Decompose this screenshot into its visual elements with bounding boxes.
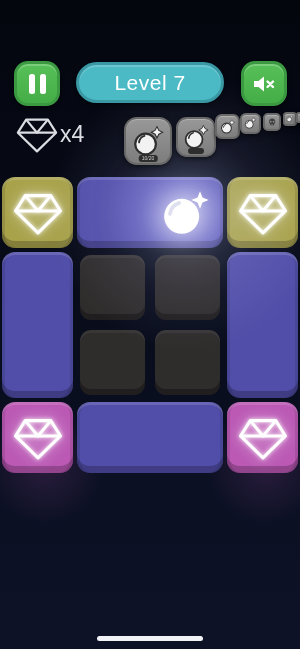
mute-button[interactable] bbox=[241, 61, 287, 106]
block-dark-block-1 bbox=[80, 255, 145, 320]
home-indicator[interactable] bbox=[97, 636, 203, 641]
pause-button[interactable] bbox=[14, 61, 60, 106]
block-yellow-gem-top-right[interactable] bbox=[227, 177, 298, 248]
block-purple-vertical-right[interactable] bbox=[227, 252, 298, 398]
bomb-powerup-icon bbox=[160, 188, 210, 238]
block-purple-horizontal-bottom[interactable] bbox=[77, 402, 223, 473]
gem-icon bbox=[15, 114, 59, 154]
block-yellow-gem-top-left[interactable] bbox=[2, 177, 73, 248]
block-dark-block-4 bbox=[155, 330, 220, 395]
item-count-label bbox=[188, 148, 204, 154]
gem-icon bbox=[237, 414, 289, 461]
level-label: Level 7 bbox=[114, 71, 185, 95]
bomb-icon bbox=[244, 117, 257, 130]
item-skull-5[interactable] bbox=[263, 113, 281, 131]
bomb-icon bbox=[183, 124, 210, 151]
block-purple-vertical-left[interactable] bbox=[2, 252, 73, 398]
block-dark-block-3 bbox=[80, 330, 145, 395]
bomb-icon bbox=[299, 115, 300, 120]
pause-icon bbox=[29, 74, 46, 94]
gem-count-label: x4 bbox=[60, 121, 84, 148]
item-bomb-1[interactable]: 10/20 bbox=[124, 117, 172, 165]
bomb-icon bbox=[220, 119, 236, 135]
item-bomb-3[interactable] bbox=[215, 114, 240, 139]
game-screen: Level 7 x4 10/20 bbox=[0, 0, 300, 649]
item-count-label: 10/20 bbox=[139, 155, 158, 162]
gem-icon bbox=[237, 189, 289, 236]
bomb-icon bbox=[286, 115, 293, 122]
item-bomb-2[interactable] bbox=[176, 117, 216, 157]
skull-icon bbox=[267, 117, 277, 127]
level-pill: Level 7 bbox=[76, 62, 224, 103]
item-bomb-4[interactable] bbox=[240, 113, 261, 134]
block-pink-gem-bottom-left[interactable] bbox=[2, 402, 73, 473]
bomb-icon bbox=[132, 125, 165, 158]
item-bomb-6[interactable] bbox=[283, 112, 297, 126]
speaker-muted-icon bbox=[251, 72, 277, 96]
block-dark-block-2 bbox=[155, 255, 220, 320]
board bbox=[2, 177, 298, 473]
item-bomb-7[interactable] bbox=[296, 112, 300, 123]
block-pink-gem-bottom-right[interactable] bbox=[227, 402, 298, 473]
gem-icon bbox=[12, 414, 64, 461]
gem-counter: x4 bbox=[15, 114, 84, 154]
gem-icon bbox=[12, 189, 64, 236]
block-purple-horizontal-top[interactable] bbox=[77, 177, 223, 248]
